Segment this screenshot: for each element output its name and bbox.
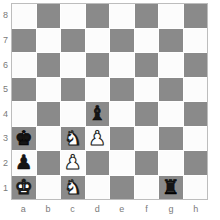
square-b6[interactable] bbox=[37, 53, 61, 77]
rank-label-8: 8 bbox=[0, 3, 11, 28]
square-e1[interactable] bbox=[110, 176, 134, 200]
piece-black-pawn[interactable]: ♟ bbox=[15, 151, 33, 175]
piece-black-rook[interactable]: ♜ bbox=[162, 176, 180, 200]
piece-black-king[interactable]: ♚ bbox=[15, 127, 33, 151]
square-b3[interactable] bbox=[37, 127, 61, 151]
square-d8[interactable] bbox=[86, 4, 110, 28]
file-label-f: f bbox=[134, 201, 159, 217]
square-d5[interactable] bbox=[86, 78, 110, 102]
square-g8[interactable] bbox=[159, 4, 183, 28]
square-g7[interactable] bbox=[159, 29, 183, 53]
square-e8[interactable] bbox=[110, 4, 134, 28]
rank-label-7: 7 bbox=[0, 28, 11, 53]
piece-white-king[interactable]: ♚ bbox=[15, 176, 33, 200]
square-a8[interactable] bbox=[12, 4, 36, 28]
square-b5[interactable] bbox=[37, 78, 61, 102]
square-h3[interactable] bbox=[184, 127, 208, 151]
square-g5[interactable] bbox=[159, 78, 183, 102]
piece-black-bishop[interactable]: ♝ bbox=[88, 102, 106, 126]
square-c3[interactable]: ♞ bbox=[61, 127, 85, 151]
file-labels: abcdefgh bbox=[11, 201, 208, 217]
square-h5[interactable] bbox=[184, 78, 208, 102]
square-a5[interactable] bbox=[12, 78, 36, 102]
square-d4[interactable]: ♝ bbox=[86, 102, 110, 126]
square-e2[interactable] bbox=[110, 151, 134, 175]
square-e7[interactable] bbox=[110, 29, 134, 53]
square-f6[interactable] bbox=[135, 53, 159, 77]
rank-labels: 87654321 bbox=[0, 3, 11, 200]
square-h8[interactable] bbox=[184, 4, 208, 28]
square-a3[interactable]: ♚ bbox=[12, 127, 36, 151]
square-b8[interactable] bbox=[37, 4, 61, 28]
square-b4[interactable] bbox=[37, 102, 61, 126]
square-d3[interactable]: ♟ bbox=[86, 127, 110, 151]
square-f2[interactable] bbox=[135, 151, 159, 175]
file-label-g: g bbox=[159, 201, 184, 217]
square-d1[interactable] bbox=[86, 176, 110, 200]
square-g2[interactable] bbox=[159, 151, 183, 175]
square-e3[interactable] bbox=[110, 127, 134, 151]
square-g4[interactable] bbox=[159, 102, 183, 126]
file-label-e: e bbox=[110, 201, 135, 217]
square-e6[interactable] bbox=[110, 53, 134, 77]
square-d7[interactable] bbox=[86, 29, 110, 53]
rank-label-5: 5 bbox=[0, 77, 11, 102]
square-f3[interactable] bbox=[135, 127, 159, 151]
piece-white-pawn[interactable]: ♟ bbox=[88, 127, 106, 151]
file-label-h: h bbox=[183, 201, 208, 217]
square-c5[interactable] bbox=[61, 78, 85, 102]
square-a6[interactable] bbox=[12, 53, 36, 77]
square-a7[interactable] bbox=[12, 29, 36, 53]
square-b7[interactable] bbox=[37, 29, 61, 53]
square-f1[interactable] bbox=[135, 176, 159, 200]
square-a2[interactable]: ♟ bbox=[12, 151, 36, 175]
square-c1[interactable]: ♞ bbox=[61, 176, 85, 200]
file-label-d: d bbox=[85, 201, 110, 217]
file-label-a: a bbox=[11, 201, 36, 217]
square-b2[interactable] bbox=[37, 151, 61, 175]
piece-white-knight[interactable]: ♞ bbox=[64, 176, 82, 200]
chess-diagram: 87654321 ♝♚♞♟♟♟♚♞♜ abcdefgh bbox=[0, 0, 220, 220]
square-h1[interactable] bbox=[184, 176, 208, 200]
rank-label-4: 4 bbox=[0, 102, 11, 127]
square-c8[interactable] bbox=[61, 4, 85, 28]
square-d2[interactable] bbox=[86, 151, 110, 175]
file-label-b: b bbox=[36, 201, 61, 217]
square-f4[interactable] bbox=[135, 102, 159, 126]
square-c2[interactable]: ♟ bbox=[61, 151, 85, 175]
square-h7[interactable] bbox=[184, 29, 208, 53]
square-h2[interactable] bbox=[184, 151, 208, 175]
square-c6[interactable] bbox=[61, 53, 85, 77]
piece-white-knight[interactable]: ♞ bbox=[64, 127, 82, 151]
rank-label-2: 2 bbox=[0, 151, 11, 176]
square-h4[interactable] bbox=[184, 102, 208, 126]
square-f5[interactable] bbox=[135, 78, 159, 102]
square-c4[interactable] bbox=[61, 102, 85, 126]
rank-label-3: 3 bbox=[0, 126, 11, 151]
square-g3[interactable] bbox=[159, 127, 183, 151]
square-a1[interactable]: ♚ bbox=[12, 176, 36, 200]
piece-white-pawn[interactable]: ♟ bbox=[64, 151, 82, 175]
rank-label-6: 6 bbox=[0, 52, 11, 77]
square-d6[interactable] bbox=[86, 53, 110, 77]
rank-label-1: 1 bbox=[0, 175, 11, 200]
square-g1[interactable]: ♜ bbox=[159, 176, 183, 200]
square-a4[interactable] bbox=[12, 102, 36, 126]
square-f7[interactable] bbox=[135, 29, 159, 53]
square-e4[interactable] bbox=[110, 102, 134, 126]
square-h6[interactable] bbox=[184, 53, 208, 77]
square-e5[interactable] bbox=[110, 78, 134, 102]
file-label-c: c bbox=[60, 201, 85, 217]
square-f8[interactable] bbox=[135, 4, 159, 28]
square-b1[interactable] bbox=[37, 176, 61, 200]
square-c7[interactable] bbox=[61, 29, 85, 53]
chess-board[interactable]: ♝♚♞♟♟♟♚♞♜ bbox=[11, 3, 208, 200]
square-g6[interactable] bbox=[159, 53, 183, 77]
